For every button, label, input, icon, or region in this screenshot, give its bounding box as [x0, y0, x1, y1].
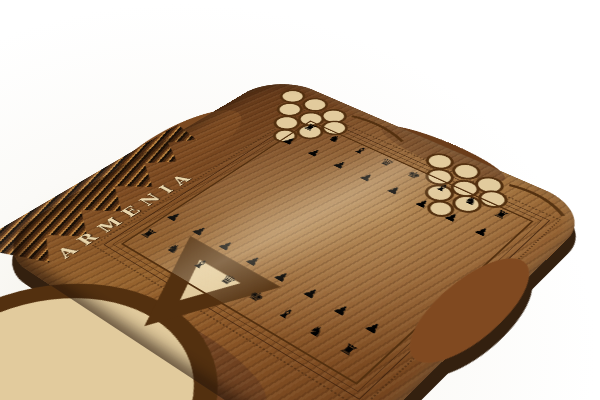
chess-scene: ARMENIA	[0, 0, 600, 400]
case-top-face: ARMENIA	[0, 74, 595, 400]
chess-board-case: ARMENIA	[0, 74, 595, 400]
